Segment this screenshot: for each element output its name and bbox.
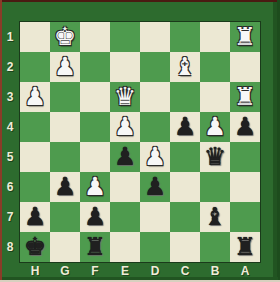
white-pawn[interactable]: ♟ <box>144 142 166 172</box>
white-king[interactable]: ♚ <box>54 22 76 52</box>
frame-bevel-right <box>273 2 277 280</box>
chess-board-widget: 12345678 ♚♜♟♝♟♛♜♟♟♟♟♟♟♛♟♟♟♟♟♝♚♜♜ HGFEDCB… <box>0 0 280 282</box>
white-pawn[interactable]: ♟ <box>54 52 76 82</box>
black-queen[interactable]: ♛ <box>204 142 226 172</box>
square-d8[interactable] <box>140 232 170 262</box>
black-pawn[interactable]: ♟ <box>24 202 46 232</box>
square-g5[interactable] <box>50 142 80 172</box>
square-c8[interactable] <box>170 232 200 262</box>
black-rook[interactable]: ♜ <box>84 232 106 262</box>
square-b7[interactable]: ♝ <box>200 202 230 232</box>
file-label-h: H <box>20 262 50 280</box>
square-g2[interactable]: ♟ <box>50 52 80 82</box>
square-b3[interactable] <box>200 82 230 112</box>
square-f5[interactable] <box>80 142 110 172</box>
square-f3[interactable] <box>80 82 110 112</box>
square-a7[interactable] <box>230 202 260 232</box>
white-bishop[interactable]: ♝ <box>174 52 196 82</box>
square-d7[interactable] <box>140 202 170 232</box>
square-d3[interactable] <box>140 82 170 112</box>
square-b2[interactable] <box>200 52 230 82</box>
square-g1[interactable]: ♚ <box>50 22 80 52</box>
file-label-c: C <box>170 262 200 280</box>
file-label-a: A <box>230 262 260 280</box>
black-pawn[interactable]: ♟ <box>144 172 166 202</box>
square-h2[interactable] <box>20 52 50 82</box>
square-c1[interactable] <box>170 22 200 52</box>
rank-label-6: 6 <box>0 172 20 202</box>
black-pawn[interactable]: ♟ <box>234 112 256 142</box>
square-c6[interactable] <box>170 172 200 202</box>
square-g4[interactable] <box>50 112 80 142</box>
black-pawn[interactable]: ♟ <box>174 112 196 142</box>
square-b8[interactable] <box>200 232 230 262</box>
square-e8[interactable] <box>110 232 140 262</box>
square-h7[interactable]: ♟ <box>20 202 50 232</box>
square-c4[interactable]: ♟ <box>170 112 200 142</box>
square-c7[interactable] <box>170 202 200 232</box>
square-a5[interactable] <box>230 142 260 172</box>
square-g6[interactable]: ♟ <box>50 172 80 202</box>
square-h8[interactable]: ♚ <box>20 232 50 262</box>
square-d1[interactable] <box>140 22 170 52</box>
square-e2[interactable] <box>110 52 140 82</box>
square-f1[interactable] <box>80 22 110 52</box>
square-a6[interactable] <box>230 172 260 202</box>
file-label-e: E <box>110 262 140 280</box>
white-pawn[interactable]: ♟ <box>204 112 226 142</box>
rank-label-5: 5 <box>0 142 20 172</box>
square-e6[interactable] <box>110 172 140 202</box>
square-g3[interactable] <box>50 82 80 112</box>
black-pawn[interactable]: ♟ <box>54 172 76 202</box>
square-f7[interactable]: ♟ <box>80 202 110 232</box>
square-f6[interactable]: ♟ <box>80 172 110 202</box>
black-rook[interactable]: ♜ <box>234 232 256 262</box>
square-a4[interactable]: ♟ <box>230 112 260 142</box>
square-e3[interactable]: ♛ <box>110 82 140 112</box>
square-b6[interactable] <box>200 172 230 202</box>
white-pawn[interactable]: ♟ <box>24 82 46 112</box>
white-pawn[interactable]: ♟ <box>114 112 136 142</box>
square-d5[interactable]: ♟ <box>140 142 170 172</box>
black-king[interactable]: ♚ <box>24 232 46 262</box>
white-queen[interactable]: ♛ <box>114 82 136 112</box>
file-labels: HGFEDCBA <box>20 262 260 280</box>
file-label-b: B <box>200 262 230 280</box>
square-e1[interactable] <box>110 22 140 52</box>
rank-label-7: 7 <box>0 202 20 232</box>
square-c5[interactable] <box>170 142 200 172</box>
square-b5[interactable]: ♛ <box>200 142 230 172</box>
square-f8[interactable]: ♜ <box>80 232 110 262</box>
square-g7[interactable] <box>50 202 80 232</box>
square-e4[interactable]: ♟ <box>110 112 140 142</box>
square-f2[interactable] <box>80 52 110 82</box>
square-h3[interactable]: ♟ <box>20 82 50 112</box>
square-d2[interactable] <box>140 52 170 82</box>
file-label-g: G <box>50 262 80 280</box>
square-h4[interactable] <box>20 112 50 142</box>
black-pawn[interactable]: ♟ <box>114 142 136 172</box>
rank-label-2: 2 <box>0 52 20 82</box>
black-bishop[interactable]: ♝ <box>204 202 226 232</box>
file-label-d: D <box>140 262 170 280</box>
square-a3[interactable]: ♜ <box>230 82 260 112</box>
square-e5[interactable]: ♟ <box>110 142 140 172</box>
rank-label-3: 3 <box>0 82 20 112</box>
black-pawn[interactable]: ♟ <box>84 202 106 232</box>
board: ♚♜♟♝♟♛♜♟♟♟♟♟♟♛♟♟♟♟♟♝♚♜♜ <box>20 22 260 262</box>
white-rook[interactable]: ♜ <box>234 82 256 112</box>
square-h1[interactable] <box>20 22 50 52</box>
square-h6[interactable] <box>20 172 50 202</box>
rank-label-4: 4 <box>0 112 20 142</box>
square-e7[interactable] <box>110 202 140 232</box>
square-a8[interactable]: ♜ <box>230 232 260 262</box>
frame-edge-top <box>0 0 280 2</box>
square-f4[interactable] <box>80 112 110 142</box>
white-rook[interactable]: ♜ <box>234 22 256 52</box>
rank-label-1: 1 <box>0 22 20 52</box>
frame-edge-right <box>277 0 280 282</box>
square-c3[interactable] <box>170 82 200 112</box>
rank-labels: 12345678 <box>0 22 20 262</box>
white-pawn[interactable]: ♟ <box>84 172 106 202</box>
square-b1[interactable] <box>200 22 230 52</box>
square-h5[interactable] <box>20 142 50 172</box>
square-a2[interactable] <box>230 52 260 82</box>
file-label-f: F <box>80 262 110 280</box>
square-d4[interactable] <box>140 112 170 142</box>
square-b4[interactable]: ♟ <box>200 112 230 142</box>
square-a1[interactable]: ♜ <box>230 22 260 52</box>
rank-label-8: 8 <box>0 232 20 262</box>
square-d6[interactable]: ♟ <box>140 172 170 202</box>
square-c2[interactable]: ♝ <box>170 52 200 82</box>
square-g8[interactable] <box>50 232 80 262</box>
